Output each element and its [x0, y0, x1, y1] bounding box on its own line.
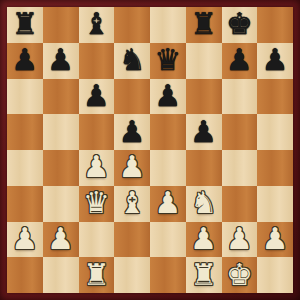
white-pawn-d4[interactable]: ♟ [119, 150, 146, 184]
square-b1[interactable] [43, 257, 79, 293]
black-pawn-g7[interactable]: ♟ [226, 43, 253, 77]
square-a4[interactable] [7, 150, 43, 186]
black-pawn-c6[interactable]: ♟ [83, 79, 110, 113]
square-b7[interactable]: ♟ [43, 43, 79, 79]
square-e5[interactable] [150, 114, 186, 150]
white-pawn-a2[interactable]: ♟ [11, 222, 38, 256]
square-e1[interactable] [150, 257, 186, 293]
square-g5[interactable] [222, 114, 258, 150]
black-pawn-h7[interactable]: ♟ [262, 43, 289, 77]
square-g4[interactable] [222, 150, 258, 186]
black-bishop-c8[interactable]: ♝ [83, 7, 110, 41]
square-b5[interactable] [43, 114, 79, 150]
square-a8[interactable]: ♜ [7, 7, 43, 43]
square-f3[interactable]: ♞ [186, 186, 222, 222]
square-d4[interactable]: ♟ [114, 150, 150, 186]
square-f5[interactable]: ♟ [186, 114, 222, 150]
white-rook-c1[interactable]: ♜ [83, 257, 110, 291]
square-h6[interactable] [257, 79, 293, 115]
square-d8[interactable] [114, 7, 150, 43]
square-a2[interactable]: ♟ [7, 222, 43, 258]
square-g7[interactable]: ♟ [222, 43, 258, 79]
black-pawn-e6[interactable]: ♟ [154, 79, 181, 113]
white-bishop-d3[interactable]: ♝ [119, 186, 146, 220]
square-c5[interactable] [79, 114, 115, 150]
square-a3[interactable] [7, 186, 43, 222]
square-g6[interactable] [222, 79, 258, 115]
black-knight-d7[interactable]: ♞ [119, 43, 146, 77]
black-pawn-b7[interactable]: ♟ [47, 43, 74, 77]
white-pawn-h2[interactable]: ♟ [262, 222, 289, 256]
square-a6[interactable] [7, 79, 43, 115]
square-a5[interactable] [7, 114, 43, 150]
square-h2[interactable]: ♟ [257, 222, 293, 258]
black-rook-f8[interactable]: ♜ [190, 7, 217, 41]
square-e2[interactable] [150, 222, 186, 258]
square-c3[interactable]: ♛ [79, 186, 115, 222]
square-d5[interactable]: ♟ [114, 114, 150, 150]
white-pawn-g2[interactable]: ♟ [226, 222, 253, 256]
square-f2[interactable]: ♟ [186, 222, 222, 258]
square-e4[interactable] [150, 150, 186, 186]
chess-board: ♜♝♜♚♟♟♞♛♟♟♟♟♟♟♟♟♛♝♟♞♟♟♟♟♟♜♜♚ [7, 7, 293, 293]
square-g3[interactable] [222, 186, 258, 222]
black-king-g8[interactable]: ♚ [226, 7, 253, 41]
square-c6[interactable]: ♟ [79, 79, 115, 115]
square-e7[interactable]: ♛ [150, 43, 186, 79]
square-g8[interactable]: ♚ [222, 7, 258, 43]
square-e6[interactable]: ♟ [150, 79, 186, 115]
square-d1[interactable] [114, 257, 150, 293]
square-b6[interactable] [43, 79, 79, 115]
square-d7[interactable]: ♞ [114, 43, 150, 79]
white-pawn-b2[interactable]: ♟ [47, 222, 74, 256]
square-f7[interactable] [186, 43, 222, 79]
white-pawn-f2[interactable]: ♟ [190, 222, 217, 256]
square-e3[interactable]: ♟ [150, 186, 186, 222]
square-h1[interactable] [257, 257, 293, 293]
square-f6[interactable] [186, 79, 222, 115]
square-c4[interactable]: ♟ [79, 150, 115, 186]
square-d6[interactable] [114, 79, 150, 115]
square-a7[interactable]: ♟ [7, 43, 43, 79]
square-f1[interactable]: ♜ [186, 257, 222, 293]
square-h4[interactable] [257, 150, 293, 186]
white-pawn-c4[interactable]: ♟ [83, 150, 110, 184]
white-pawn-e3[interactable]: ♟ [154, 186, 181, 220]
square-h3[interactable] [257, 186, 293, 222]
square-h8[interactable] [257, 7, 293, 43]
square-c2[interactable] [79, 222, 115, 258]
square-d2[interactable] [114, 222, 150, 258]
board-frame: ♜♝♜♚♟♟♞♛♟♟♟♟♟♟♟♟♛♝♟♞♟♟♟♟♟♜♜♚ [0, 0, 300, 300]
black-pawn-a7[interactable]: ♟ [11, 43, 38, 77]
square-d3[interactable]: ♝ [114, 186, 150, 222]
square-b2[interactable]: ♟ [43, 222, 79, 258]
white-queen-c3[interactable]: ♛ [83, 186, 110, 220]
black-pawn-f5[interactable]: ♟ [190, 114, 217, 148]
white-knight-f3[interactable]: ♞ [190, 186, 217, 220]
square-g2[interactable]: ♟ [222, 222, 258, 258]
square-b8[interactable] [43, 7, 79, 43]
white-rook-f1[interactable]: ♜ [190, 257, 217, 291]
white-king-g1[interactable]: ♚ [226, 257, 253, 291]
square-f4[interactable] [186, 150, 222, 186]
square-b4[interactable] [43, 150, 79, 186]
black-queen-e7[interactable]: ♛ [154, 43, 181, 77]
square-h5[interactable] [257, 114, 293, 150]
square-e8[interactable] [150, 7, 186, 43]
square-c8[interactable]: ♝ [79, 7, 115, 43]
black-pawn-d5[interactable]: ♟ [119, 114, 146, 148]
square-f8[interactable]: ♜ [186, 7, 222, 43]
square-g1[interactable]: ♚ [222, 257, 258, 293]
square-c7[interactable] [79, 43, 115, 79]
square-a1[interactable] [7, 257, 43, 293]
square-h7[interactable]: ♟ [257, 43, 293, 79]
square-c1[interactable]: ♜ [79, 257, 115, 293]
square-b3[interactable] [43, 186, 79, 222]
black-rook-a8[interactable]: ♜ [11, 7, 38, 41]
